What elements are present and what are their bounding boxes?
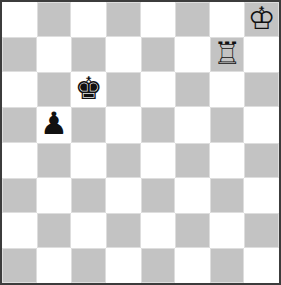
square-e5[interactable]	[141, 107, 176, 142]
square-g4[interactable]	[210, 143, 245, 178]
square-b5[interactable]: ♟	[37, 107, 72, 142]
square-d4[interactable]	[106, 143, 141, 178]
square-e3[interactable]	[141, 178, 176, 213]
square-g6[interactable]	[210, 72, 245, 107]
square-d7[interactable]	[106, 37, 141, 72]
square-b4[interactable]	[37, 143, 72, 178]
square-c7[interactable]	[71, 37, 106, 72]
square-f7[interactable]	[175, 37, 210, 72]
square-g8[interactable]	[210, 2, 245, 37]
square-a2[interactable]	[2, 213, 37, 248]
square-a1[interactable]	[2, 248, 37, 283]
white-king: ♔	[248, 3, 276, 34]
square-e6[interactable]	[141, 72, 176, 107]
square-e1[interactable]	[141, 248, 176, 283]
square-c1[interactable]	[71, 248, 106, 283]
square-h8[interactable]: ♔	[244, 2, 279, 37]
square-d6[interactable]	[106, 72, 141, 107]
square-c8[interactable]	[71, 2, 106, 37]
square-b6[interactable]	[37, 72, 72, 107]
square-a8[interactable]	[2, 2, 37, 37]
chess-board: ♔♖♚♟	[2, 2, 279, 283]
black-pawn: ♟	[40, 108, 68, 139]
square-a6[interactable]	[2, 72, 37, 107]
square-h5[interactable]	[244, 107, 279, 142]
square-f5[interactable]	[175, 107, 210, 142]
square-h6[interactable]	[244, 72, 279, 107]
square-e2[interactable]	[141, 213, 176, 248]
square-a4[interactable]	[2, 143, 37, 178]
square-c5[interactable]	[71, 107, 106, 142]
square-c4[interactable]	[71, 143, 106, 178]
square-b2[interactable]	[37, 213, 72, 248]
square-g3[interactable]	[210, 178, 245, 213]
square-b8[interactable]	[37, 2, 72, 37]
square-g5[interactable]	[210, 107, 245, 142]
square-h7[interactable]	[244, 37, 279, 72]
square-g7[interactable]: ♖	[210, 37, 245, 72]
square-c6[interactable]: ♚	[71, 72, 106, 107]
square-c2[interactable]	[71, 213, 106, 248]
square-d1[interactable]	[106, 248, 141, 283]
square-h4[interactable]	[244, 143, 279, 178]
square-f1[interactable]	[175, 248, 210, 283]
square-b1[interactable]	[37, 248, 72, 283]
black-king: ♚	[75, 73, 103, 104]
square-b3[interactable]	[37, 178, 72, 213]
square-a7[interactable]	[2, 37, 37, 72]
square-g1[interactable]	[210, 248, 245, 283]
square-h1[interactable]	[244, 248, 279, 283]
square-e8[interactable]	[141, 2, 176, 37]
square-e7[interactable]	[141, 37, 176, 72]
square-d2[interactable]	[106, 213, 141, 248]
square-e4[interactable]	[141, 143, 176, 178]
square-d8[interactable]	[106, 2, 141, 37]
square-b7[interactable]	[37, 37, 72, 72]
square-d3[interactable]	[106, 178, 141, 213]
square-f8[interactable]	[175, 2, 210, 37]
square-d5[interactable]	[106, 107, 141, 142]
square-c3[interactable]	[71, 178, 106, 213]
square-f4[interactable]	[175, 143, 210, 178]
white-rook: ♖	[213, 38, 241, 69]
chess-board-frame: ♔♖♚♟	[0, 0, 281, 285]
square-g2[interactable]	[210, 213, 245, 248]
square-f2[interactable]	[175, 213, 210, 248]
square-a5[interactable]	[2, 107, 37, 142]
square-f3[interactable]	[175, 178, 210, 213]
square-h3[interactable]	[244, 178, 279, 213]
square-f6[interactable]	[175, 72, 210, 107]
square-a3[interactable]	[2, 178, 37, 213]
square-h2[interactable]	[244, 213, 279, 248]
